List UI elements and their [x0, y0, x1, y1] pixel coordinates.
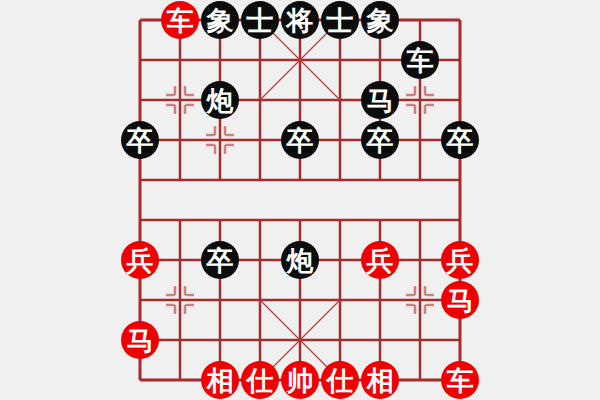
- piece-red-chariot[interactable]: 车: [441, 361, 479, 399]
- piece-red-advisor[interactable]: 仕: [241, 361, 279, 399]
- piece-black-horse[interactable]: 马: [361, 81, 399, 119]
- piece-red-elephant[interactable]: 相: [201, 361, 239, 399]
- piece-black-soldier[interactable]: 卒: [281, 121, 319, 159]
- piece-red-soldier[interactable]: 兵: [121, 241, 159, 279]
- piece-red-soldier[interactable]: 兵: [441, 241, 479, 279]
- piece-black-elephant[interactable]: 象: [201, 1, 239, 39]
- piece-red-advisor[interactable]: 仕: [321, 361, 359, 399]
- piece-red-horse[interactable]: 马: [121, 321, 159, 359]
- piece-black-soldier[interactable]: 卒: [441, 121, 479, 159]
- piece-black-advisor[interactable]: 士: [321, 1, 359, 39]
- piece-black-advisor[interactable]: 士: [241, 1, 279, 39]
- piece-black-soldier[interactable]: 卒: [361, 121, 399, 159]
- piece-black-cannon[interactable]: 炮: [201, 81, 239, 119]
- piece-black-general[interactable]: 将: [281, 1, 319, 39]
- piece-red-elephant[interactable]: 相: [361, 361, 399, 399]
- piece-red-general[interactable]: 帅: [281, 361, 319, 399]
- piece-black-soldier[interactable]: 卒: [201, 241, 239, 279]
- piece-black-chariot[interactable]: 车: [401, 41, 439, 79]
- pieces-layer: 车象士将士象车炮马卒卒卒卒兵卒炮兵兵马马相仕帅仕相车: [0, 0, 600, 400]
- piece-black-cannon[interactable]: 炮: [281, 241, 319, 279]
- piece-red-chariot[interactable]: 车: [161, 1, 199, 39]
- piece-black-elephant[interactable]: 象: [361, 1, 399, 39]
- piece-red-horse[interactable]: 马: [441, 281, 479, 319]
- piece-red-soldier[interactable]: 兵: [361, 241, 399, 279]
- xiangqi-board: 车象士将士象车炮马卒卒卒卒兵卒炮兵兵马马相仕帅仕相车: [0, 0, 600, 400]
- piece-black-soldier[interactable]: 卒: [121, 121, 159, 159]
